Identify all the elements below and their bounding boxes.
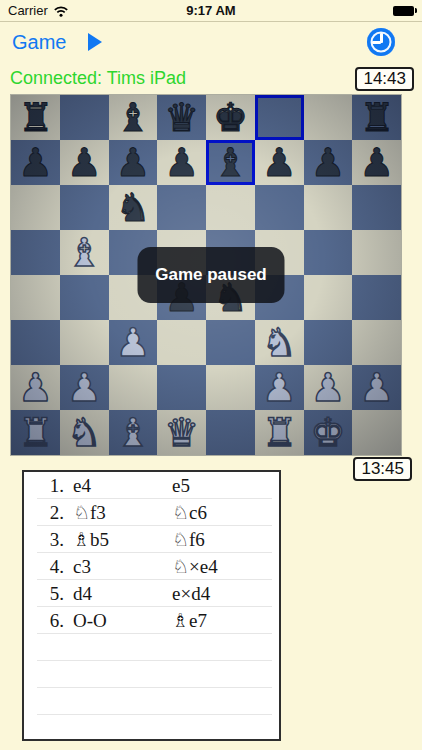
square-g2[interactable]: ♟ xyxy=(304,365,353,410)
square-a4[interactable] xyxy=(11,275,60,320)
move-number: 1. xyxy=(24,475,64,497)
square-h3[interactable] xyxy=(352,320,401,365)
square-c2[interactable] xyxy=(109,365,158,410)
square-f7[interactable]: ♟ xyxy=(255,140,304,185)
white-knight-f3: ♞ xyxy=(262,323,297,362)
square-g4[interactable] xyxy=(304,275,353,320)
white-rook-a1: ♜ xyxy=(18,413,53,452)
connection-status: Connected: Tims iPad xyxy=(10,68,186,89)
square-b8[interactable] xyxy=(60,95,109,140)
white-bishop-c1: ♝ xyxy=(115,413,150,452)
square-g7[interactable]: ♟ xyxy=(304,140,353,185)
move-list[interactable]: 1.e4e52.♘f3♘c63.♗b5♘f64.c3♘×e45.d4e×d46.… xyxy=(22,470,281,741)
battery-icon xyxy=(393,6,414,16)
square-a7[interactable]: ♟ xyxy=(11,140,60,185)
square-g5[interactable] xyxy=(304,230,353,275)
white-king-g1: ♚ xyxy=(310,413,345,452)
connection-row: Connected: Tims iPad 14:43 xyxy=(0,62,422,95)
square-a6[interactable] xyxy=(11,185,60,230)
white-pawn-h2: ♟ xyxy=(359,368,394,407)
move-row-5: 5.d4e×d4 xyxy=(24,580,279,607)
square-a1[interactable]: ♜ xyxy=(11,410,60,455)
move-row-1: 1.e4e5 xyxy=(24,472,279,499)
square-b1[interactable]: ♞ xyxy=(60,410,109,455)
black-move: ♗e7 xyxy=(172,609,279,632)
status-bar: Carrier 9:17 AM xyxy=(0,0,422,22)
white-rook-f1: ♜ xyxy=(262,413,297,452)
square-d2[interactable] xyxy=(157,365,206,410)
black-pawn-b7: ♟ xyxy=(67,143,102,182)
black-pawn-d7: ♟ xyxy=(164,143,199,182)
move-number: 6. xyxy=(24,610,64,632)
square-b2[interactable]: ♟ xyxy=(60,365,109,410)
square-h4[interactable] xyxy=(352,275,401,320)
square-a3[interactable] xyxy=(11,320,60,365)
move-row-empty xyxy=(24,715,279,741)
square-d1[interactable]: ♛ xyxy=(157,410,206,455)
square-d7[interactable]: ♟ xyxy=(157,140,206,185)
black-move: e×d4 xyxy=(172,583,279,605)
square-f1[interactable]: ♜ xyxy=(255,410,304,455)
black-queen-d8: ♛ xyxy=(164,98,199,137)
white-bishop-b5: ♝ xyxy=(67,233,102,272)
square-c6[interactable]: ♞ xyxy=(109,185,158,230)
move-number: 5. xyxy=(24,583,64,605)
move-row-empty xyxy=(24,661,279,688)
bottom-clock: 13:45 xyxy=(353,457,412,481)
black-pawn-g7: ♟ xyxy=(310,143,345,182)
square-d6[interactable] xyxy=(157,185,206,230)
black-move: ♘f6 xyxy=(172,528,279,551)
black-knight-c6: ♞ xyxy=(115,188,150,227)
black-pawn-h7: ♟ xyxy=(359,143,394,182)
move-row-2: 2.♘f3♘c6 xyxy=(24,499,279,526)
white-move: O-O xyxy=(73,610,172,632)
square-g3[interactable] xyxy=(304,320,353,365)
square-c3[interactable]: ♟ xyxy=(109,320,158,365)
square-c8[interactable]: ♝ xyxy=(109,95,158,140)
square-a8[interactable]: ♜ xyxy=(11,95,60,140)
square-e3[interactable] xyxy=(206,320,255,365)
white-move: e4 xyxy=(73,475,172,497)
square-g1[interactable]: ♚ xyxy=(304,410,353,455)
white-queen-d1: ♛ xyxy=(164,413,199,452)
white-pawn-f2: ♟ xyxy=(262,368,297,407)
black-bishop-c8: ♝ xyxy=(115,98,150,137)
game-menu-button[interactable]: Game xyxy=(12,31,66,54)
black-pawn-c7: ♟ xyxy=(115,143,150,182)
square-e2[interactable] xyxy=(206,365,255,410)
square-h8[interactable]: ♜ xyxy=(352,95,401,140)
white-move: ♘f3 xyxy=(73,501,172,524)
move-number: 2. xyxy=(24,502,64,524)
square-c1[interactable]: ♝ xyxy=(109,410,158,455)
square-f3[interactable]: ♞ xyxy=(255,320,304,365)
white-pawn-g2: ♟ xyxy=(310,368,345,407)
status-time: 9:17 AM xyxy=(0,3,422,18)
square-h5[interactable] xyxy=(352,230,401,275)
black-move: e5 xyxy=(172,475,279,497)
square-d8[interactable]: ♛ xyxy=(157,95,206,140)
game-paused-overlay: Game paused xyxy=(138,247,285,303)
square-g6[interactable] xyxy=(304,185,353,230)
move-row-6: 6.O-O♗e7 xyxy=(24,607,279,634)
move-row-3: 3.♗b5♘f6 xyxy=(24,526,279,553)
square-f8[interactable] xyxy=(255,95,304,140)
square-e1[interactable] xyxy=(206,410,255,455)
square-b4[interactable] xyxy=(60,275,109,320)
move-row-empty xyxy=(24,688,279,715)
square-h1[interactable] xyxy=(352,410,401,455)
black-king-e8: ♚ xyxy=(213,98,248,137)
move-row-4: 4.c3♘×e4 xyxy=(24,553,279,580)
square-b7[interactable]: ♟ xyxy=(60,140,109,185)
black-pawn-a7: ♟ xyxy=(18,143,53,182)
square-a5[interactable] xyxy=(11,230,60,275)
square-b3[interactable] xyxy=(60,320,109,365)
white-pawn-c3: ♟ xyxy=(115,323,150,362)
square-e8[interactable]: ♚ xyxy=(206,95,255,140)
nav-bar: Game xyxy=(0,22,422,62)
square-b5[interactable]: ♝ xyxy=(60,230,109,275)
white-knight-b1: ♞ xyxy=(67,413,102,452)
move-number: 4. xyxy=(24,556,64,578)
square-g8[interactable] xyxy=(304,95,353,140)
white-pawn-a2: ♟ xyxy=(18,368,53,407)
white-move: c3 xyxy=(73,556,172,578)
black-move: ♘c6 xyxy=(172,501,279,524)
square-e6[interactable] xyxy=(206,185,255,230)
square-d3[interactable] xyxy=(157,320,206,365)
square-h2[interactable]: ♟ xyxy=(352,365,401,410)
square-c7[interactable]: ♟ xyxy=(109,140,158,185)
black-move: ♘×e4 xyxy=(172,555,279,578)
square-h7[interactable]: ♟ xyxy=(352,140,401,185)
square-f2[interactable]: ♟ xyxy=(255,365,304,410)
white-pawn-b2: ♟ xyxy=(67,368,102,407)
play-triangle-icon[interactable] xyxy=(88,33,102,51)
square-b6[interactable] xyxy=(60,185,109,230)
black-pawn-f7: ♟ xyxy=(262,143,297,182)
black-bishop-e7: ♝ xyxy=(213,143,248,182)
move-number: 3. xyxy=(24,529,64,551)
square-h6[interactable] xyxy=(352,185,401,230)
black-rook-a8: ♜ xyxy=(18,98,53,137)
white-move: ♗b5 xyxy=(73,528,172,551)
square-e7[interactable]: ♝ xyxy=(206,140,255,185)
square-f6[interactable] xyxy=(255,185,304,230)
white-move: d4 xyxy=(73,583,172,605)
top-clock: 14:43 xyxy=(355,67,414,91)
clock-icon[interactable] xyxy=(367,28,395,56)
black-rook-h8: ♜ xyxy=(359,98,394,137)
square-a2[interactable]: ♟ xyxy=(11,365,60,410)
move-row-empty xyxy=(24,634,279,661)
game-paused-label: Game paused xyxy=(155,265,267,285)
